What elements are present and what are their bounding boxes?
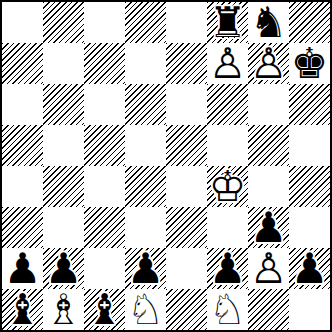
- square-f2[interactable]: ♟: [207, 248, 248, 289]
- square-b5[interactable]: [43, 125, 84, 166]
- square-a5[interactable]: [2, 125, 43, 166]
- piece-black-bishop-a1[interactable]: ♝: [2, 289, 43, 330]
- square-f4[interactable]: ♚♔: [207, 166, 248, 207]
- square-e3[interactable]: [166, 207, 207, 248]
- square-f3[interactable]: [207, 207, 248, 248]
- square-a7[interactable]: [2, 43, 43, 84]
- square-c4[interactable]: [84, 166, 125, 207]
- piece-black-king-h7[interactable]: ♚: [289, 43, 330, 84]
- square-g5[interactable]: [248, 125, 289, 166]
- piece-black-rook-f8[interactable]: ♜: [207, 2, 248, 43]
- square-h3[interactable]: [289, 207, 330, 248]
- piece-white-pawn-f7[interactable]: ♙: [207, 43, 248, 84]
- square-f5[interactable]: [207, 125, 248, 166]
- square-d7[interactable]: [125, 43, 166, 84]
- piece-black-pawn-d2[interactable]: ♟: [125, 248, 166, 289]
- square-b2[interactable]: ♟: [43, 248, 84, 289]
- square-c8[interactable]: [84, 2, 125, 43]
- piece-black-pawn-f2[interactable]: ♟: [207, 248, 248, 289]
- square-h1[interactable]: [289, 289, 330, 330]
- piece-white-knight-f1[interactable]: ♘: [207, 289, 248, 330]
- piece-black-pawn-b2[interactable]: ♟: [43, 248, 84, 289]
- square-a6[interactable]: [2, 84, 43, 125]
- square-h8[interactable]: [289, 2, 330, 43]
- chess-board: ♜♞♟♙♟♙♚♚♔♟♟♟♟♟♟♙♟♝♝♗♝♞♘♞♘: [0, 0, 332, 332]
- square-e8[interactable]: [166, 2, 207, 43]
- piece-black-bishop-c1[interactable]: ♝: [84, 289, 125, 330]
- square-h4[interactable]: [289, 166, 330, 207]
- square-h5[interactable]: [289, 125, 330, 166]
- square-e1[interactable]: [166, 289, 207, 330]
- square-a3[interactable]: [2, 207, 43, 248]
- piece-white-king-f4[interactable]: ♔: [207, 166, 248, 207]
- square-a2[interactable]: ♟: [2, 248, 43, 289]
- square-d6[interactable]: [125, 84, 166, 125]
- piece-white-knight-f1-fill: ♞: [207, 289, 248, 330]
- piece-black-pawn-a2[interactable]: ♟: [2, 248, 43, 289]
- piece-white-bishop-b1-fill: ♝: [43, 289, 84, 330]
- square-e6[interactable]: [166, 84, 207, 125]
- piece-white-pawn-g7[interactable]: ♙: [248, 43, 289, 84]
- square-b7[interactable]: [43, 43, 84, 84]
- square-c3[interactable]: [84, 207, 125, 248]
- square-e5[interactable]: [166, 125, 207, 166]
- piece-white-pawn-g2[interactable]: ♙: [248, 248, 289, 289]
- piece-white-king-f4-fill: ♚: [207, 166, 248, 207]
- square-c6[interactable]: [84, 84, 125, 125]
- piece-white-pawn-f7-fill: ♟: [207, 43, 248, 84]
- square-g7[interactable]: ♟♙: [248, 43, 289, 84]
- square-b1[interactable]: ♝♗: [43, 289, 84, 330]
- piece-black-knight-g8[interactable]: ♞: [248, 2, 289, 43]
- square-d8[interactable]: [125, 2, 166, 43]
- piece-black-pawn-g3[interactable]: ♟: [248, 207, 289, 248]
- square-h7[interactable]: ♚: [289, 43, 330, 84]
- square-d4[interactable]: [125, 166, 166, 207]
- square-h6[interactable]: [289, 84, 330, 125]
- square-b6[interactable]: [43, 84, 84, 125]
- piece-black-pawn-h2[interactable]: ♟: [289, 248, 330, 289]
- piece-white-pawn-g7-fill: ♟: [248, 43, 289, 84]
- square-h2[interactable]: ♟: [289, 248, 330, 289]
- square-f7[interactable]: ♟♙: [207, 43, 248, 84]
- square-g3[interactable]: ♟: [248, 207, 289, 248]
- square-g4[interactable]: [248, 166, 289, 207]
- square-e7[interactable]: [166, 43, 207, 84]
- square-f6[interactable]: [207, 84, 248, 125]
- square-f1[interactable]: ♞♘: [207, 289, 248, 330]
- square-f8[interactable]: ♜: [207, 2, 248, 43]
- square-b8[interactable]: [43, 2, 84, 43]
- square-d3[interactable]: [125, 207, 166, 248]
- square-a1[interactable]: ♝: [2, 289, 43, 330]
- square-g8[interactable]: ♞: [248, 2, 289, 43]
- square-c2[interactable]: [84, 248, 125, 289]
- square-c1[interactable]: ♝: [84, 289, 125, 330]
- square-b4[interactable]: [43, 166, 84, 207]
- square-g1[interactable]: [248, 289, 289, 330]
- square-a8[interactable]: [2, 2, 43, 43]
- square-c7[interactable]: [84, 43, 125, 84]
- piece-white-knight-d1-fill: ♞: [125, 289, 166, 330]
- square-e2[interactable]: [166, 248, 207, 289]
- piece-white-bishop-b1[interactable]: ♗: [43, 289, 84, 330]
- piece-white-knight-d1[interactable]: ♘: [125, 289, 166, 330]
- square-g2[interactable]: ♟♙: [248, 248, 289, 289]
- square-a4[interactable]: [2, 166, 43, 207]
- square-d5[interactable]: [125, 125, 166, 166]
- piece-white-pawn-g2-fill: ♟: [248, 248, 289, 289]
- square-e4[interactable]: [166, 166, 207, 207]
- square-b3[interactable]: [43, 207, 84, 248]
- square-g6[interactable]: [248, 84, 289, 125]
- square-c5[interactable]: [84, 125, 125, 166]
- square-d1[interactable]: ♞♘: [125, 289, 166, 330]
- square-d2[interactable]: ♟: [125, 248, 166, 289]
